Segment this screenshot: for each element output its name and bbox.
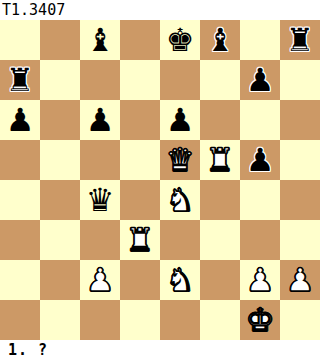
square-c2[interactable]: ♟	[80, 260, 120, 300]
square-b8[interactable]	[40, 20, 80, 60]
square-c5[interactable]	[80, 140, 120, 180]
square-a8[interactable]	[0, 20, 40, 60]
piece-wK-g1: ♚	[246, 300, 275, 340]
square-h5[interactable]	[280, 140, 320, 180]
piece-wP-h2: ♟	[286, 260, 315, 300]
square-d5[interactable]	[120, 140, 160, 180]
square-g7[interactable]: ♟	[240, 60, 280, 100]
piece-wN-e2: ♞	[166, 260, 195, 300]
square-f7[interactable]	[200, 60, 240, 100]
square-d4[interactable]	[120, 180, 160, 220]
square-h8[interactable]: ♜	[280, 20, 320, 60]
piece-bB-f8: ♝	[206, 20, 235, 60]
square-b5[interactable]	[40, 140, 80, 180]
square-a4[interactable]	[0, 180, 40, 220]
square-a2[interactable]	[0, 260, 40, 300]
square-h3[interactable]	[280, 220, 320, 260]
piece-bR-h8: ♜	[286, 20, 315, 60]
square-f4[interactable]	[200, 180, 240, 220]
square-g4[interactable]	[240, 180, 280, 220]
square-f8[interactable]: ♝	[200, 20, 240, 60]
square-a3[interactable]	[0, 220, 40, 260]
square-e6[interactable]: ♟	[160, 100, 200, 140]
piece-wQ-e5: ♛	[166, 140, 195, 180]
square-b4[interactable]	[40, 180, 80, 220]
square-c8[interactable]: ♝	[80, 20, 120, 60]
piece-wP-g2: ♟	[246, 260, 275, 300]
piece-bP-g5: ♟	[246, 140, 275, 180]
piece-bK-e8: ♚	[166, 20, 195, 60]
move-prompt: 1. ?	[0, 340, 320, 360]
square-c1[interactable]	[80, 300, 120, 340]
square-a1[interactable]	[0, 300, 40, 340]
square-b2[interactable]	[40, 260, 80, 300]
square-e4[interactable]: ♞	[160, 180, 200, 220]
square-g2[interactable]: ♟	[240, 260, 280, 300]
square-f3[interactable]	[200, 220, 240, 260]
square-d6[interactable]	[120, 100, 160, 140]
piece-wN-e4: ♞	[166, 180, 195, 220]
square-e5[interactable]: ♛	[160, 140, 200, 180]
square-b7[interactable]	[40, 60, 80, 100]
square-b1[interactable]	[40, 300, 80, 340]
square-h4[interactable]	[280, 180, 320, 220]
square-a6[interactable]: ♟	[0, 100, 40, 140]
square-a5[interactable]	[0, 140, 40, 180]
square-c4[interactable]: ♛	[80, 180, 120, 220]
square-e2[interactable]: ♞	[160, 260, 200, 300]
piece-bR-a7: ♜	[6, 60, 35, 100]
square-h1[interactable]	[280, 300, 320, 340]
piece-bQ-c4: ♛	[86, 180, 115, 220]
square-d1[interactable]	[120, 300, 160, 340]
square-c7[interactable]	[80, 60, 120, 100]
square-h7[interactable]	[280, 60, 320, 100]
square-e7[interactable]	[160, 60, 200, 100]
square-d2[interactable]	[120, 260, 160, 300]
square-g1[interactable]: ♚	[240, 300, 280, 340]
square-d8[interactable]	[120, 20, 160, 60]
square-c6[interactable]: ♟	[80, 100, 120, 140]
piece-wR-d3: ♜	[126, 220, 155, 260]
square-b6[interactable]	[40, 100, 80, 140]
square-f6[interactable]	[200, 100, 240, 140]
diagram-title: T1.3407	[0, 0, 320, 20]
square-b3[interactable]	[40, 220, 80, 260]
square-h6[interactable]	[280, 100, 320, 140]
square-e8[interactable]: ♚	[160, 20, 200, 60]
square-a7[interactable]: ♜	[0, 60, 40, 100]
piece-bP-a6: ♟	[6, 100, 35, 140]
square-e3[interactable]	[160, 220, 200, 260]
chess-diagram-page: T1.3407 ♝♚♝♜♜♟♟♟♟♛♜♟♛♞♜♟♞♟♟♚ 1. ?	[0, 0, 320, 360]
square-g8[interactable]	[240, 20, 280, 60]
square-f1[interactable]	[200, 300, 240, 340]
piece-bB-c8: ♝	[86, 20, 115, 60]
piece-bP-g7: ♟	[246, 60, 275, 100]
square-h2[interactable]: ♟	[280, 260, 320, 300]
piece-wR-f5: ♜	[206, 140, 235, 180]
square-g5[interactable]: ♟	[240, 140, 280, 180]
square-e1[interactable]	[160, 300, 200, 340]
square-c3[interactable]	[80, 220, 120, 260]
square-f5[interactable]: ♜	[200, 140, 240, 180]
square-g3[interactable]	[240, 220, 280, 260]
square-g6[interactable]	[240, 100, 280, 140]
chess-board: ♝♚♝♜♜♟♟♟♟♛♜♟♛♞♜♟♞♟♟♚	[0, 20, 320, 340]
square-d3[interactable]: ♜	[120, 220, 160, 260]
piece-bP-c6: ♟	[86, 100, 115, 140]
square-f2[interactable]	[200, 260, 240, 300]
piece-wP-c2: ♟	[86, 260, 115, 300]
square-d7[interactable]	[120, 60, 160, 100]
piece-bP-e6: ♟	[166, 100, 195, 140]
